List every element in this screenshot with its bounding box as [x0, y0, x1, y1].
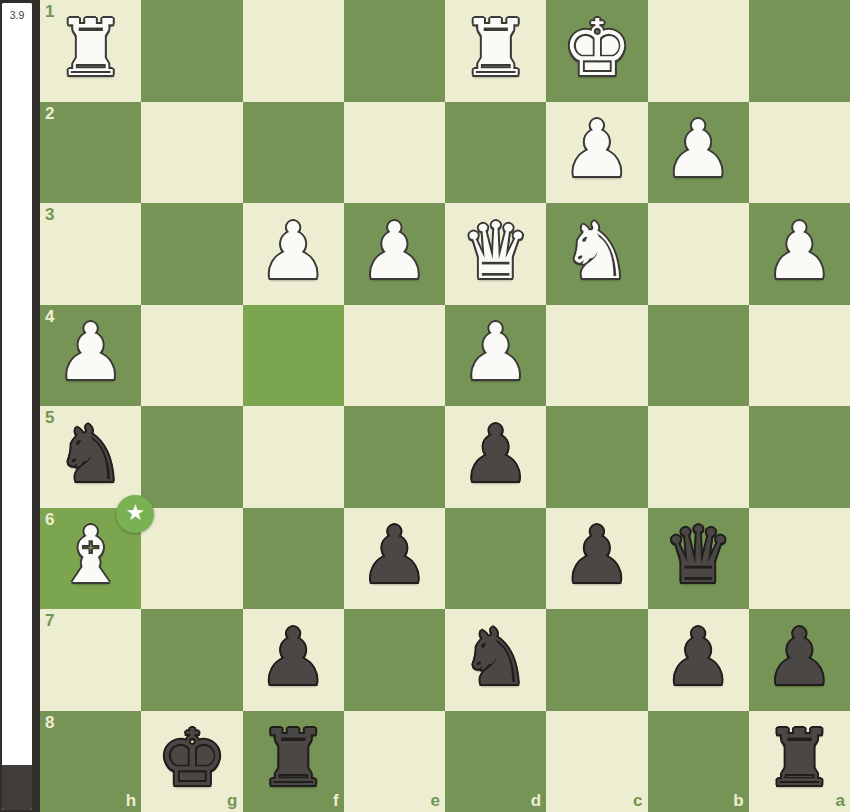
black-pawn[interactable]: ♟	[546, 508, 647, 610]
square-c4[interactable]	[546, 305, 647, 407]
black-pawn[interactable]: ♟	[344, 508, 445, 610]
file-label-d: d	[531, 791, 541, 811]
square-h2[interactable]: 2	[40, 102, 141, 204]
square-f1[interactable]	[243, 0, 344, 102]
square-d1[interactable]: ♜	[445, 0, 546, 102]
square-g1[interactable]	[141, 0, 242, 102]
square-a5[interactable]	[749, 406, 850, 508]
square-b8[interactable]: b	[648, 711, 749, 812]
white-king[interactable]: ♚	[546, 0, 647, 102]
square-b1[interactable]	[648, 0, 749, 102]
evaluation-bar-black-section	[2, 765, 32, 810]
square-d2[interactable]	[445, 102, 546, 204]
square-f3[interactable]: ♟	[243, 203, 344, 305]
square-c5[interactable]	[546, 406, 647, 508]
white-pawn[interactable]: ♟	[546, 102, 647, 204]
rank-label-5: 5	[45, 408, 54, 428]
square-g2[interactable]	[141, 102, 242, 204]
square-e5[interactable]	[344, 406, 445, 508]
white-knight[interactable]: ♞	[546, 203, 647, 305]
square-a8[interactable]: a♜	[749, 711, 850, 812]
square-f4[interactable]	[243, 305, 344, 407]
square-c1[interactable]: ♚	[546, 0, 647, 102]
square-d8[interactable]: d	[445, 711, 546, 812]
file-label-a: a	[836, 791, 845, 811]
star-icon: ★	[125, 502, 145, 526]
square-d5[interactable]: ♟	[445, 406, 546, 508]
rank-label-7: 7	[45, 611, 54, 631]
square-a7[interactable]: ♟	[749, 609, 850, 711]
square-a1[interactable]	[749, 0, 850, 102]
evaluation-bar-white-section	[2, 3, 32, 765]
best-move-badge: ★	[116, 495, 154, 533]
square-d7[interactable]: ♞	[445, 609, 546, 711]
rank-label-8: 8	[45, 713, 54, 733]
file-label-h: h	[126, 791, 136, 811]
rank-label-6: 6	[45, 510, 54, 530]
square-g8[interactable]: g♚	[141, 711, 242, 812]
square-e3[interactable]: ♟	[344, 203, 445, 305]
square-h5[interactable]: 5♞	[40, 406, 141, 508]
square-h8[interactable]: 8h	[40, 711, 141, 812]
square-d3[interactable]: ♛	[445, 203, 546, 305]
chess-app-stage: 3.9 1♜♜♚2♟♟3♟♟♛♞♟4♟♟5♞♟6♝★♟♟♛7♟♞♟♟8hg♚f♜…	[0, 0, 850, 812]
black-pawn[interactable]: ♟	[648, 609, 749, 711]
white-pawn[interactable]: ♟	[40, 305, 141, 407]
white-pawn[interactable]: ♟	[243, 203, 344, 305]
black-knight[interactable]: ♞	[40, 406, 141, 508]
square-g5[interactable]	[141, 406, 242, 508]
square-b5[interactable]	[648, 406, 749, 508]
white-rook[interactable]: ♜	[445, 0, 546, 102]
square-h6[interactable]: 6♝★	[40, 508, 141, 610]
black-pawn[interactable]: ♟	[749, 609, 850, 711]
square-e4[interactable]	[344, 305, 445, 407]
square-f8[interactable]: f♜	[243, 711, 344, 812]
rank-label-3: 3	[45, 205, 54, 225]
square-c7[interactable]	[546, 609, 647, 711]
rank-label-2: 2	[45, 104, 54, 124]
square-e6[interactable]: ♟	[344, 508, 445, 610]
square-g6[interactable]	[141, 508, 242, 610]
black-rook[interactable]: ♜	[243, 711, 344, 812]
file-label-g: g	[227, 791, 237, 811]
square-c2[interactable]: ♟	[546, 102, 647, 204]
square-f6[interactable]	[243, 508, 344, 610]
square-e2[interactable]	[344, 102, 445, 204]
square-b4[interactable]	[648, 305, 749, 407]
file-label-e: e	[431, 791, 440, 811]
square-g3[interactable]	[141, 203, 242, 305]
square-c8[interactable]: c	[546, 711, 647, 812]
square-b2[interactable]: ♟	[648, 102, 749, 204]
square-h7[interactable]: 7	[40, 609, 141, 711]
square-a4[interactable]	[749, 305, 850, 407]
square-g7[interactable]	[141, 609, 242, 711]
square-h3[interactable]: 3	[40, 203, 141, 305]
file-label-b: b	[733, 791, 743, 811]
square-b7[interactable]: ♟	[648, 609, 749, 711]
square-e1[interactable]	[344, 0, 445, 102]
file-label-f: f	[333, 791, 339, 811]
square-h4[interactable]: 4♟	[40, 305, 141, 407]
white-pawn[interactable]: ♟	[344, 203, 445, 305]
evaluation-score: 3.9	[2, 9, 32, 21]
square-d6[interactable]	[445, 508, 546, 610]
square-a3[interactable]: ♟	[749, 203, 850, 305]
square-d4[interactable]: ♟	[445, 305, 546, 407]
rank-label-1: 1	[45, 2, 54, 22]
square-e8[interactable]: e	[344, 711, 445, 812]
rank-label-4: 4	[45, 307, 54, 327]
square-c3[interactable]: ♞	[546, 203, 647, 305]
evaluation-bar: 3.9	[2, 3, 32, 810]
square-b3[interactable]	[648, 203, 749, 305]
square-f2[interactable]	[243, 102, 344, 204]
black-pawn[interactable]: ♟	[243, 609, 344, 711]
square-e7[interactable]	[344, 609, 445, 711]
chess-board: 1♜♜♚2♟♟3♟♟♛♞♟4♟♟5♞♟6♝★♟♟♛7♟♞♟♟8hg♚f♜edcb…	[40, 0, 850, 812]
black-pawn[interactable]: ♟	[445, 406, 546, 508]
white-queen[interactable]: ♛	[445, 203, 546, 305]
square-a2[interactable]	[749, 102, 850, 204]
square-a6[interactable]	[749, 508, 850, 610]
file-label-c: c	[633, 791, 642, 811]
black-knight[interactable]: ♞	[445, 609, 546, 711]
white-pawn[interactable]: ♟	[445, 305, 546, 407]
black-queen[interactable]: ♛	[648, 508, 749, 610]
square-f7[interactable]: ♟	[243, 609, 344, 711]
square-b6[interactable]: ♛	[648, 508, 749, 610]
square-h1[interactable]: 1♜	[40, 0, 141, 102]
square-c6[interactable]: ♟	[546, 508, 647, 610]
square-f5[interactable]	[243, 406, 344, 508]
white-rook[interactable]: ♜	[40, 0, 141, 102]
white-pawn[interactable]: ♟	[648, 102, 749, 204]
white-pawn[interactable]: ♟	[749, 203, 850, 305]
square-g4[interactable]	[141, 305, 242, 407]
